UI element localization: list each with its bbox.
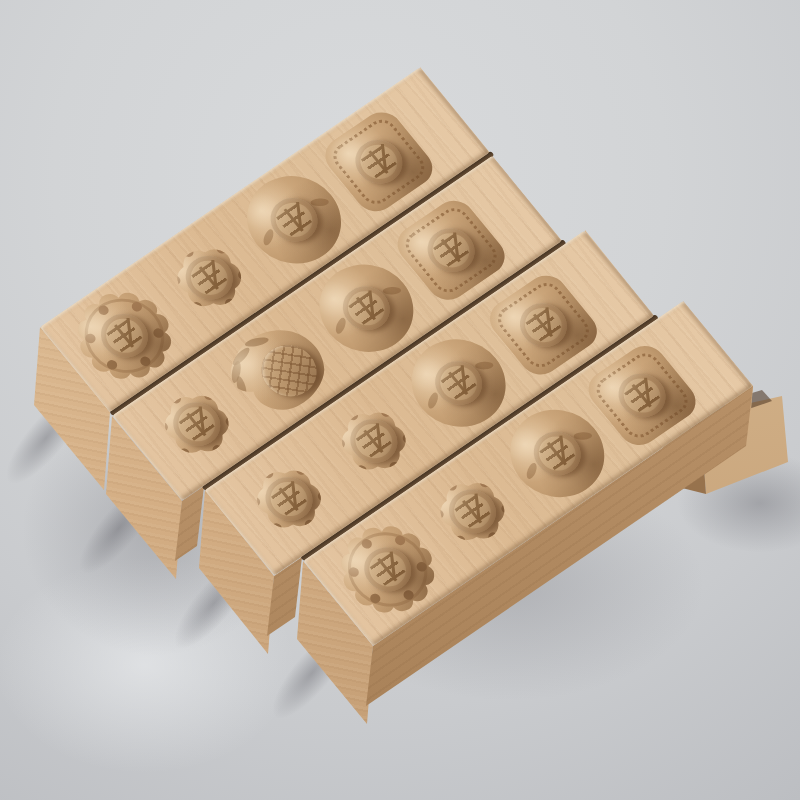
character-medallion [346, 131, 412, 192]
blessing-character-strokes [539, 437, 575, 470]
pineapple-frond [230, 345, 252, 367]
character-medallion [256, 469, 322, 530]
leaf-sprig [426, 391, 440, 410]
scroll-border-ornament [492, 277, 595, 372]
pineapple-frond [235, 376, 249, 400]
leaf-sprig [334, 316, 348, 335]
blessing-character-strokes [433, 234, 469, 267]
dot-ring-ornament [190, 418, 204, 431]
character-medallion [426, 353, 492, 414]
dot-ring-ornament [367, 434, 381, 447]
blessing-character-strokes [106, 319, 142, 352]
character-medallion [440, 481, 506, 542]
product-photo [0, 0, 800, 800]
blessing-character-strokes [271, 483, 307, 516]
leaf-sprig [310, 198, 329, 207]
blessing-character-strokes [624, 379, 660, 412]
blessing-character-strokes [454, 495, 490, 528]
character-medallion [176, 247, 242, 308]
dot-ring-ornament [202, 271, 216, 284]
leaf-sprig [573, 432, 592, 441]
blessing-character-strokes [525, 309, 561, 342]
leaf-sprig [382, 286, 401, 295]
character-medallion [333, 278, 399, 339]
scroll-border-ornament [400, 203, 503, 298]
character-medallion [510, 295, 576, 356]
character-medallion [609, 365, 675, 426]
blessing-character-strokes [356, 425, 392, 458]
dot-ring-ornament [381, 563, 395, 576]
character-medallion [524, 423, 590, 484]
character-medallion [341, 411, 407, 472]
blessing-character-strokes [441, 367, 477, 400]
leaf-sprig [525, 462, 539, 481]
pineapple-frond [230, 360, 242, 384]
character-medallion [355, 539, 421, 600]
pineapple-carving [250, 335, 327, 406]
blessing-character-strokes [348, 292, 384, 325]
character-medallion [418, 220, 484, 281]
mold-top-surfaces [40, 32, 760, 680]
scroll-border-ornament [590, 348, 693, 443]
character-medallion [91, 305, 157, 366]
blessing-character-strokes [179, 408, 215, 441]
dot-ring-ornament [282, 492, 296, 505]
blessing-character-strokes [191, 261, 227, 294]
leaf-sprig [475, 361, 494, 370]
leaf-sprig [262, 228, 276, 247]
blessing-character-strokes [370, 553, 406, 586]
dot-ring-ornament [465, 505, 479, 518]
pineapple-frond [244, 336, 270, 349]
inner-carved-ring [332, 518, 444, 621]
dot-ring-ornament [117, 329, 131, 342]
character-medallion [164, 394, 230, 455]
inner-carved-ring [69, 284, 181, 387]
character-medallion [261, 189, 327, 250]
scroll-border-ornament [327, 114, 430, 209]
blessing-character-strokes [361, 145, 397, 178]
blessing-character-strokes [276, 203, 312, 236]
